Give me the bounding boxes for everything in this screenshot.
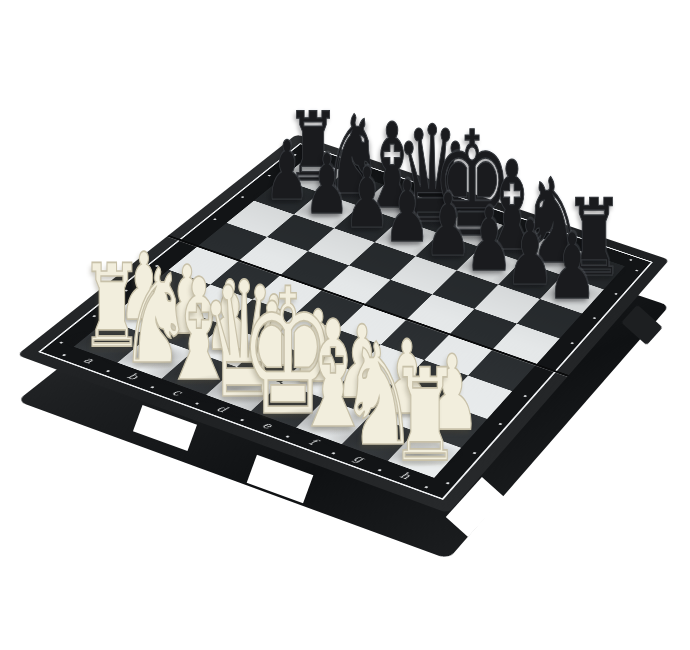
piece-black-pawn[interactable]: ♟ [547,221,597,312]
photo-stage: abcdefgh ♜♞♝♛♚♝♞♜♟♟♟♟♟♟♟♟♟♟♟♟♟♟♟♟♜♞♝♛♚♝♞… [0,0,690,650]
piece-black-pawn[interactable]: ♟ [265,131,310,213]
pieces-layer: ♜♞♝♛♚♝♞♜♟♟♟♟♟♟♟♟♟♟♟♟♟♟♟♟♜♞♝♛♚♝♞♜ [0,0,690,650]
piece-white-rook[interactable]: ♜ [389,352,460,480]
